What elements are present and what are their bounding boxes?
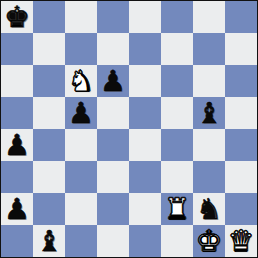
piece-white-rook-f2[interactable]: ♜ xyxy=(161,193,193,225)
piece-black-knight-g2[interactable]: ♞ xyxy=(193,193,225,225)
square-d6[interactable]: ♟ xyxy=(97,65,129,97)
square-g2[interactable]: ♞ xyxy=(193,193,225,225)
square-c4[interactable] xyxy=(65,129,97,161)
square-e1[interactable] xyxy=(129,225,161,257)
square-g8[interactable] xyxy=(193,1,225,33)
square-a8[interactable]: ♚ xyxy=(1,1,33,33)
chess-board: ♚♞♟♟♝♟♟♜♞♝♚♛ xyxy=(1,1,257,257)
square-f5[interactable] xyxy=(161,97,193,129)
piece-black-pawn-d6[interactable]: ♟ xyxy=(97,65,129,97)
piece-black-pawn-a4[interactable]: ♟ xyxy=(1,129,33,161)
square-e6[interactable] xyxy=(129,65,161,97)
square-h6[interactable] xyxy=(225,65,257,97)
square-b4[interactable] xyxy=(33,129,65,161)
square-h3[interactable] xyxy=(225,161,257,193)
square-c5[interactable]: ♟ xyxy=(65,97,97,129)
piece-black-pawn-c5[interactable]: ♟ xyxy=(65,97,97,129)
square-b7[interactable] xyxy=(33,33,65,65)
square-a2[interactable]: ♟ xyxy=(1,193,33,225)
piece-white-queen-h1[interactable]: ♛ xyxy=(225,225,257,257)
square-e2[interactable] xyxy=(129,193,161,225)
square-g6[interactable] xyxy=(193,65,225,97)
piece-white-king-g1[interactable]: ♚ xyxy=(193,225,225,257)
square-f1[interactable] xyxy=(161,225,193,257)
square-f7[interactable] xyxy=(161,33,193,65)
square-b8[interactable] xyxy=(33,1,65,33)
square-d1[interactable] xyxy=(97,225,129,257)
square-c7[interactable] xyxy=(65,33,97,65)
square-b1[interactable]: ♝ xyxy=(33,225,65,257)
square-c1[interactable] xyxy=(65,225,97,257)
square-b2[interactable] xyxy=(33,193,65,225)
square-a1[interactable] xyxy=(1,225,33,257)
square-h2[interactable] xyxy=(225,193,257,225)
square-e4[interactable] xyxy=(129,129,161,161)
square-d5[interactable] xyxy=(97,97,129,129)
square-g4[interactable] xyxy=(193,129,225,161)
square-e5[interactable] xyxy=(129,97,161,129)
square-g5[interactable]: ♝ xyxy=(193,97,225,129)
square-h1[interactable]: ♛ xyxy=(225,225,257,257)
square-d7[interactable] xyxy=(97,33,129,65)
square-f3[interactable] xyxy=(161,161,193,193)
square-b6[interactable] xyxy=(33,65,65,97)
square-d2[interactable] xyxy=(97,193,129,225)
square-c6[interactable]: ♞ xyxy=(65,65,97,97)
square-a4[interactable]: ♟ xyxy=(1,129,33,161)
square-f2[interactable]: ♜ xyxy=(161,193,193,225)
piece-black-bishop-b1[interactable]: ♝ xyxy=(33,225,65,257)
square-f8[interactable] xyxy=(161,1,193,33)
square-a7[interactable] xyxy=(1,33,33,65)
square-b3[interactable] xyxy=(33,161,65,193)
square-h7[interactable] xyxy=(225,33,257,65)
square-c2[interactable] xyxy=(65,193,97,225)
square-a6[interactable] xyxy=(1,65,33,97)
piece-black-pawn-a2[interactable]: ♟ xyxy=(1,193,33,225)
square-h5[interactable] xyxy=(225,97,257,129)
square-a3[interactable] xyxy=(1,161,33,193)
square-g3[interactable] xyxy=(193,161,225,193)
square-e7[interactable] xyxy=(129,33,161,65)
chess-board-frame: ♚♞♟♟♝♟♟♜♞♝♚♛ xyxy=(0,0,258,258)
piece-black-king-a8[interactable]: ♚ xyxy=(1,1,33,33)
square-g7[interactable] xyxy=(193,33,225,65)
square-b5[interactable] xyxy=(33,97,65,129)
square-f6[interactable] xyxy=(161,65,193,97)
square-g1[interactable]: ♚ xyxy=(193,225,225,257)
square-d8[interactable] xyxy=(97,1,129,33)
piece-white-knight-c6[interactable]: ♞ xyxy=(65,65,97,97)
square-e3[interactable] xyxy=(129,161,161,193)
square-f4[interactable] xyxy=(161,129,193,161)
square-d3[interactable] xyxy=(97,161,129,193)
square-h4[interactable] xyxy=(225,129,257,161)
square-c8[interactable] xyxy=(65,1,97,33)
square-c3[interactable] xyxy=(65,161,97,193)
square-d4[interactable] xyxy=(97,129,129,161)
square-a5[interactable] xyxy=(1,97,33,129)
square-e8[interactable] xyxy=(129,1,161,33)
piece-black-bishop-g5[interactable]: ♝ xyxy=(193,97,225,129)
square-h8[interactable] xyxy=(225,1,257,33)
